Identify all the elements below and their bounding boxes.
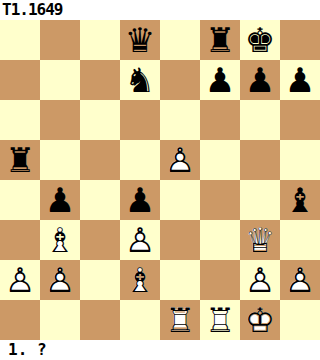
square-f7[interactable]: ♟ <box>200 60 240 100</box>
square-f6[interactable] <box>200 100 240 140</box>
square-g8[interactable]: ♚ <box>240 20 280 60</box>
square-e6[interactable] <box>160 100 200 140</box>
square-a2[interactable]: ♟♙ <box>0 260 40 300</box>
piece-white-rook-fill: ♜ <box>160 300 200 340</box>
square-e5[interactable]: ♟♙ <box>160 140 200 180</box>
square-h4[interactable]: ♝ <box>280 180 320 220</box>
square-f4[interactable] <box>200 180 240 220</box>
square-b1[interactable] <box>40 300 80 340</box>
square-g3[interactable]: ♛♕ <box>240 220 280 260</box>
square-b4[interactable]: ♟ <box>40 180 80 220</box>
piece-black-pawn: ♟ <box>240 60 280 100</box>
square-b3[interactable]: ♝♗ <box>40 220 80 260</box>
square-h5[interactable] <box>280 140 320 180</box>
square-d4[interactable]: ♟ <box>120 180 160 220</box>
square-h2[interactable]: ♟♙ <box>280 260 320 300</box>
square-g4[interactable] <box>240 180 280 220</box>
square-d8[interactable]: ♛ <box>120 20 160 60</box>
square-c8[interactable] <box>80 20 120 60</box>
square-c4[interactable] <box>80 180 120 220</box>
square-g7[interactable]: ♟ <box>240 60 280 100</box>
piece-white-pawn: ♙ <box>40 260 80 300</box>
square-b6[interactable] <box>40 100 80 140</box>
piece-black-knight: ♞ <box>120 60 160 100</box>
square-d2[interactable]: ♝♗ <box>120 260 160 300</box>
square-a3[interactable] <box>0 220 40 260</box>
chess-board: ♛♜♚♞♟♟♟♜♟♙♟♟♝♝♗♟♙♛♕♟♙♟♙♝♗♟♙♟♙♜♖♜♖♚♔ <box>0 20 320 340</box>
square-b7[interactable] <box>40 60 80 100</box>
square-c2[interactable] <box>80 260 120 300</box>
square-h3[interactable] <box>280 220 320 260</box>
square-f5[interactable] <box>200 140 240 180</box>
square-g6[interactable] <box>240 100 280 140</box>
piece-white-pawn-fill: ♟ <box>160 140 200 180</box>
piece-white-pawn: ♙ <box>160 140 200 180</box>
piece-white-pawn-fill: ♟ <box>280 260 320 300</box>
square-a7[interactable] <box>0 60 40 100</box>
piece-white-king: ♔ <box>240 300 280 340</box>
square-g1[interactable]: ♚♔ <box>240 300 280 340</box>
square-g5[interactable] <box>240 140 280 180</box>
square-e7[interactable] <box>160 60 200 100</box>
square-f2[interactable] <box>200 260 240 300</box>
square-d6[interactable] <box>120 100 160 140</box>
piece-white-pawn: ♙ <box>120 220 160 260</box>
square-b5[interactable] <box>40 140 80 180</box>
square-e8[interactable] <box>160 20 200 60</box>
piece-black-queen: ♛ <box>120 20 160 60</box>
piece-black-pawn: ♟ <box>280 60 320 100</box>
piece-white-pawn-fill: ♟ <box>0 260 40 300</box>
square-e4[interactable] <box>160 180 200 220</box>
square-b8[interactable] <box>40 20 80 60</box>
square-c6[interactable] <box>80 100 120 140</box>
square-d5[interactable] <box>120 140 160 180</box>
piece-black-king: ♚ <box>240 20 280 60</box>
square-h8[interactable] <box>280 20 320 60</box>
square-d1[interactable] <box>120 300 160 340</box>
square-b2[interactable]: ♟♙ <box>40 260 80 300</box>
piece-black-pawn: ♟ <box>200 60 240 100</box>
piece-white-king-fill: ♚ <box>240 300 280 340</box>
square-h1[interactable] <box>280 300 320 340</box>
piece-white-rook: ♖ <box>160 300 200 340</box>
piece-white-pawn: ♙ <box>0 260 40 300</box>
square-e2[interactable] <box>160 260 200 300</box>
piece-black-bishop: ♝ <box>280 180 320 220</box>
square-a6[interactable] <box>0 100 40 140</box>
piece-white-queen: ♕ <box>240 220 280 260</box>
square-f1[interactable]: ♜♖ <box>200 300 240 340</box>
square-h7[interactable]: ♟ <box>280 60 320 100</box>
square-e1[interactable]: ♜♖ <box>160 300 200 340</box>
puzzle-title: T1.1649 <box>0 0 320 20</box>
square-e3[interactable] <box>160 220 200 260</box>
piece-white-bishop: ♗ <box>120 260 160 300</box>
square-a1[interactable] <box>0 300 40 340</box>
piece-white-pawn-fill: ♟ <box>120 220 160 260</box>
square-a5[interactable]: ♜ <box>0 140 40 180</box>
piece-white-bishop: ♗ <box>40 220 80 260</box>
piece-white-bishop-fill: ♝ <box>120 260 160 300</box>
piece-white-bishop-fill: ♝ <box>40 220 80 260</box>
piece-white-pawn-fill: ♟ <box>40 260 80 300</box>
piece-white-rook-fill: ♜ <box>200 300 240 340</box>
square-a4[interactable] <box>0 180 40 220</box>
square-d3[interactable]: ♟♙ <box>120 220 160 260</box>
square-c1[interactable] <box>80 300 120 340</box>
move-prompt: 1. ? <box>0 340 320 360</box>
square-d7[interactable]: ♞ <box>120 60 160 100</box>
piece-black-rook: ♜ <box>0 140 40 180</box>
piece-white-pawn-fill: ♟ <box>240 260 280 300</box>
square-c5[interactable] <box>80 140 120 180</box>
square-h6[interactable] <box>280 100 320 140</box>
square-c3[interactable] <box>80 220 120 260</box>
piece-white-queen-fill: ♛ <box>240 220 280 260</box>
square-g2[interactable]: ♟♙ <box>240 260 280 300</box>
piece-white-pawn: ♙ <box>240 260 280 300</box>
puzzle-window: T1.1649 ♛♜♚♞♟♟♟♜♟♙♟♟♝♝♗♟♙♛♕♟♙♟♙♝♗♟♙♟♙♜♖♜… <box>0 0 320 360</box>
piece-black-pawn: ♟ <box>120 180 160 220</box>
square-c7[interactable] <box>80 60 120 100</box>
square-f3[interactable] <box>200 220 240 260</box>
piece-black-pawn: ♟ <box>40 180 80 220</box>
square-f8[interactable]: ♜ <box>200 20 240 60</box>
piece-white-rook: ♖ <box>200 300 240 340</box>
piece-white-pawn: ♙ <box>280 260 320 300</box>
piece-black-rook: ♜ <box>200 20 240 60</box>
square-a8[interactable] <box>0 20 40 60</box>
